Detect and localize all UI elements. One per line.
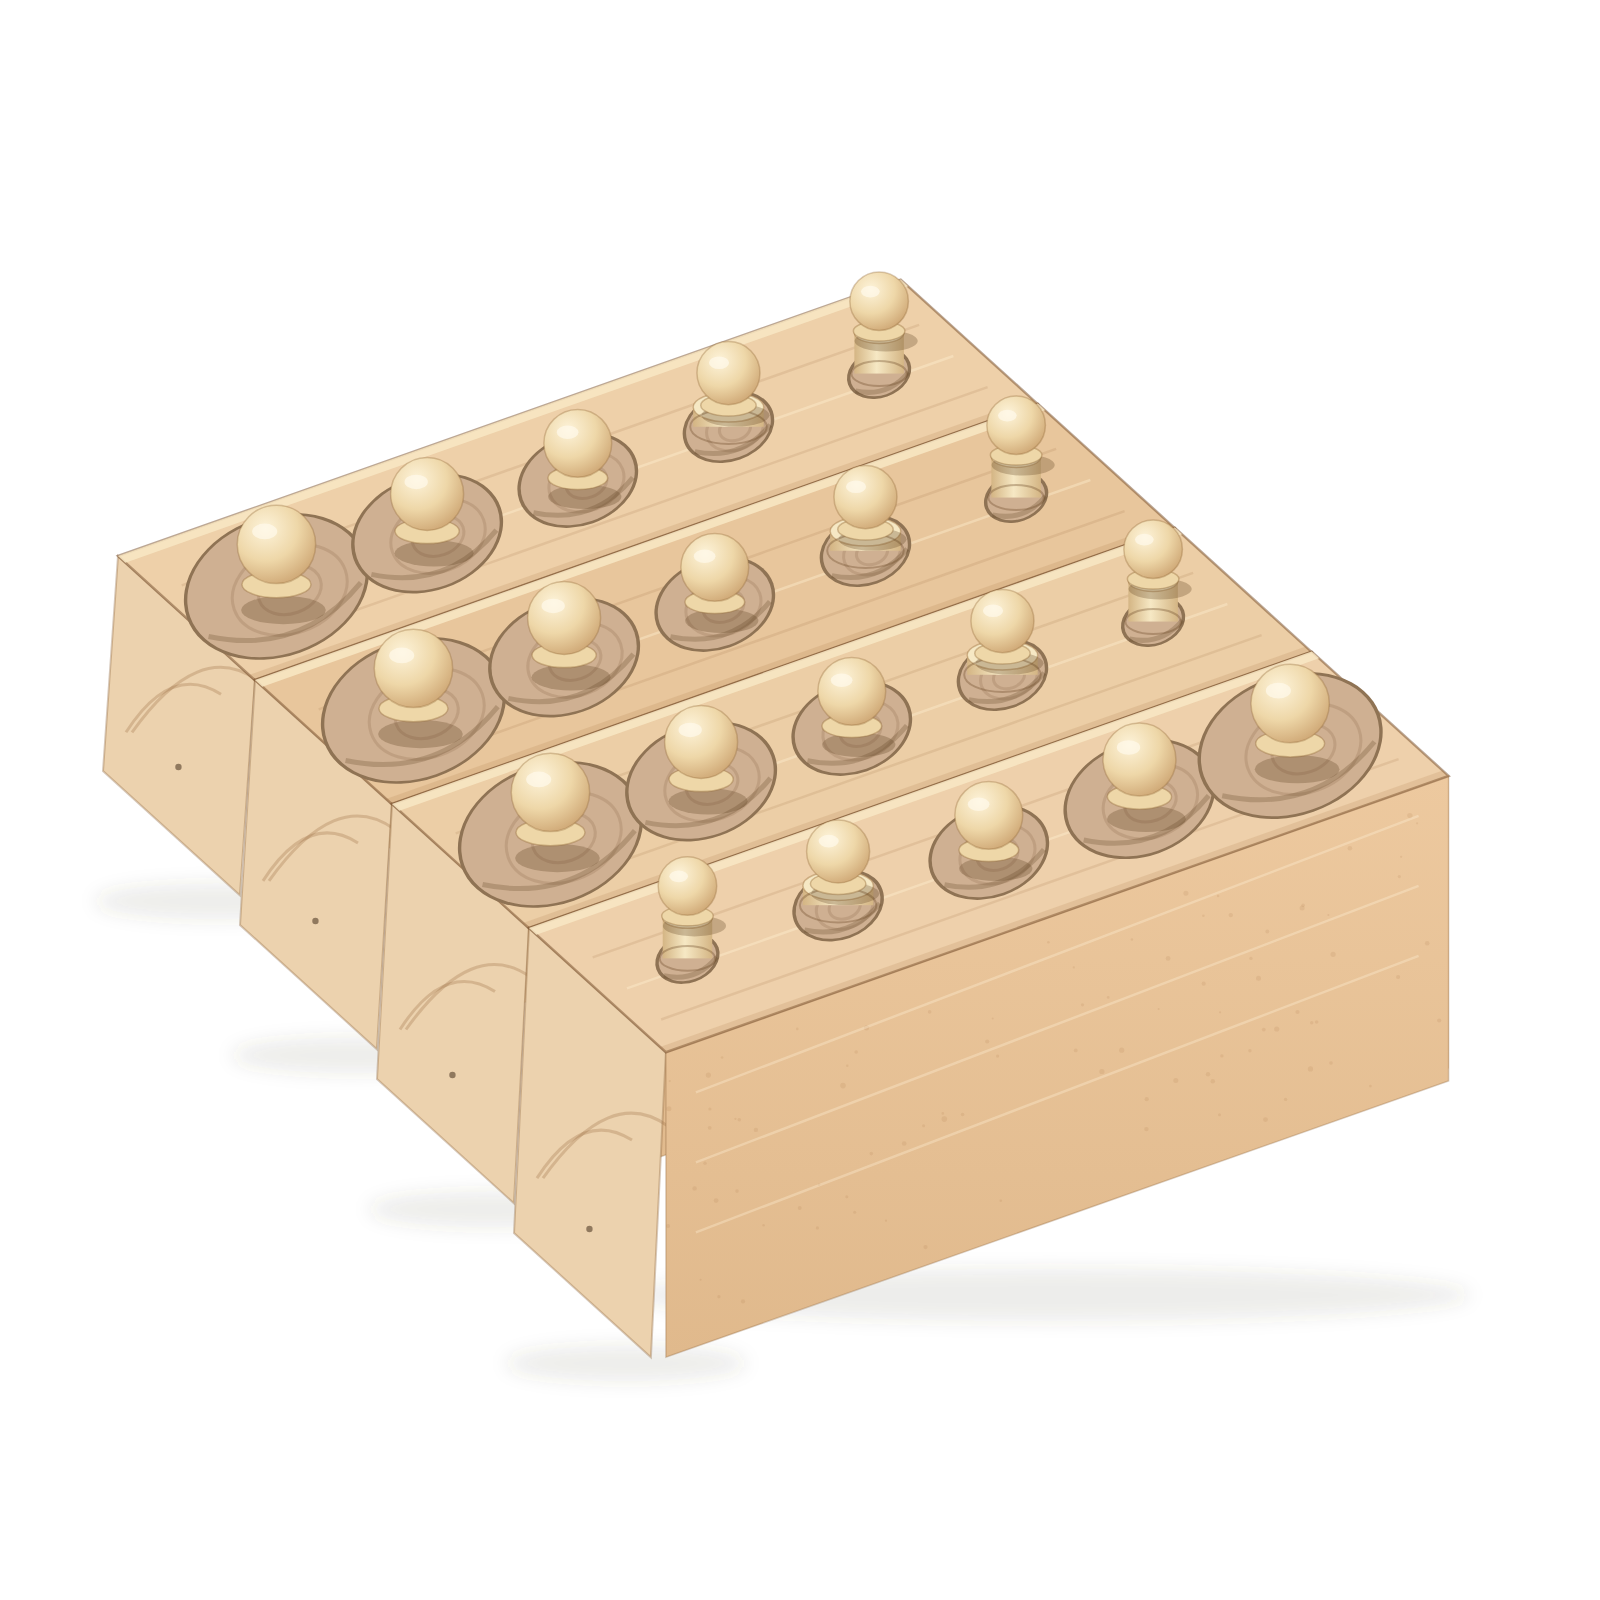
wood-pore (961, 1113, 965, 1117)
wood-pore (1145, 1097, 1149, 1101)
wood-pore (1308, 1066, 1313, 1071)
wood-pore (1263, 1117, 1268, 1122)
cylinder-blocks-scene (0, 0, 1600, 1600)
wood-pore (1000, 1200, 1003, 1203)
wood-pore (846, 1065, 848, 1067)
wood-pore (1229, 913, 1233, 917)
wood-speck (449, 1072, 455, 1078)
knob (1251, 664, 1329, 742)
knob-shadow (515, 844, 600, 872)
wood-pore (854, 1050, 858, 1054)
wood-pore (1119, 1048, 1124, 1053)
wood-pore (714, 1198, 719, 1203)
wood-pore (902, 1141, 907, 1146)
wood-pore (1202, 915, 1205, 918)
wood-pore (1369, 1085, 1372, 1088)
knob-highlight (252, 524, 277, 540)
wood-pore (1107, 996, 1110, 999)
wood-pore (669, 1080, 671, 1082)
knob (850, 272, 909, 331)
wood-pore (1262, 1028, 1266, 1032)
knob-highlight (1135, 534, 1154, 546)
knob (1103, 723, 1176, 796)
wood-pore (1274, 1026, 1279, 1031)
knob-shadow (395, 540, 474, 566)
wood-pore (1425, 941, 1430, 946)
knob-highlight (983, 604, 1003, 617)
wood-pore (922, 1124, 925, 1127)
wood-pore (734, 1118, 736, 1120)
wood-pore (1206, 1072, 1210, 1076)
wood-pore (1295, 1010, 1299, 1014)
wood-speck (312, 918, 318, 924)
wood-pore (1099, 1069, 1104, 1074)
wood-pore (692, 1186, 696, 1190)
wood-pore (1220, 1054, 1223, 1057)
wood-pore (703, 1162, 706, 1165)
wood-pore (1047, 941, 1050, 944)
knob-shadow (241, 596, 326, 624)
wood-pore (1437, 1018, 1441, 1022)
wood-pore (928, 1010, 932, 1014)
wood-pore (1211, 1079, 1215, 1083)
knob (681, 533, 749, 601)
wood-pore (666, 1224, 670, 1228)
knob-shadow (1107, 806, 1186, 832)
wood-pore (845, 1195, 848, 1198)
wood-pore (840, 1083, 846, 1089)
wood-pore (996, 1055, 999, 1058)
knob (807, 820, 870, 883)
knob (528, 581, 601, 654)
knob-shadow (532, 664, 611, 690)
wood-pore (1329, 1061, 1333, 1065)
wood-pore (1348, 846, 1353, 851)
wood-pore (1073, 966, 1075, 968)
wood-pore (721, 1056, 724, 1059)
knob-shadow (378, 720, 463, 748)
wood-pore (1284, 1098, 1287, 1101)
wood-pore (1166, 956, 1171, 961)
wood-pore (1301, 904, 1305, 908)
wood-pore (796, 1028, 799, 1031)
knob-highlight (669, 870, 688, 882)
knob-highlight (557, 425, 579, 439)
knob-highlight (526, 772, 551, 788)
wood-pore (1144, 1127, 1148, 1131)
wood-pore (762, 1224, 764, 1226)
wood-pore (798, 1206, 802, 1210)
wood-pore (735, 1189, 739, 1193)
knob (658, 857, 717, 916)
knob (374, 629, 452, 707)
knob-highlight (861, 286, 880, 298)
wood-pore (853, 1211, 856, 1214)
wood-pore (708, 1107, 711, 1110)
wood-pore (1248, 1049, 1251, 1052)
wood-pore (1416, 822, 1418, 824)
knob (834, 466, 897, 529)
knob-highlight (831, 673, 853, 687)
wood-pore (992, 1017, 994, 1019)
wood-pore (738, 1118, 742, 1122)
knob-highlight (998, 410, 1017, 422)
wood-pore (870, 1152, 874, 1156)
wood-pore (1202, 982, 1206, 986)
wood-pore (708, 1126, 712, 1130)
knob-highlight (819, 835, 839, 848)
knob-highlight (968, 797, 990, 811)
knob (665, 705, 738, 778)
knob-highlight (405, 475, 428, 490)
knob-highlight (389, 648, 414, 664)
wood-pore (1310, 1021, 1313, 1024)
wood-pore (706, 1073, 711, 1078)
wood-pore (754, 1128, 758, 1132)
knob-highlight (679, 723, 702, 738)
wood-pore (1158, 1008, 1160, 1010)
wood-pore (1183, 891, 1188, 896)
wood-pore (1265, 930, 1269, 934)
wood-pore (1173, 1078, 1178, 1083)
wood-pore (816, 1226, 819, 1229)
wood-pore (1074, 1049, 1078, 1053)
knob-highlight (1117, 740, 1140, 755)
knob (818, 657, 886, 725)
knob-highlight (846, 480, 866, 493)
wood-pore (923, 1245, 927, 1249)
wood-pore (1218, 1113, 1221, 1116)
product-photo-montessori-cylinder-blocks (0, 0, 1600, 1600)
knob (544, 409, 612, 477)
wood-pore (1398, 875, 1401, 878)
wood-pore (666, 1106, 671, 1111)
wood-pore (1400, 856, 1402, 858)
wood-pore (985, 1039, 989, 1043)
wood-speck (175, 764, 181, 770)
knob-shadow (1255, 755, 1340, 783)
wood-pore (1396, 975, 1400, 979)
knob-highlight (709, 356, 729, 369)
knob (971, 590, 1034, 653)
knob (391, 457, 464, 530)
knob-shadow (669, 788, 748, 814)
wood-pore (1256, 976, 1261, 981)
wood-pore (942, 1116, 948, 1122)
wood-pore (885, 1220, 887, 1222)
knob (955, 781, 1023, 849)
wood-pore (700, 1279, 702, 1281)
knob (987, 396, 1046, 455)
wood-pore (717, 1295, 720, 1298)
knob-highlight (542, 599, 565, 614)
wood-pore (942, 1112, 945, 1115)
wood-pore (1081, 1003, 1084, 1006)
wood-pore (1131, 938, 1133, 940)
shadow-blob (506, 1345, 746, 1381)
wood-pore (1217, 895, 1220, 898)
knob-highlight (694, 549, 716, 563)
wood-pore (1315, 1020, 1319, 1024)
knob (237, 505, 315, 583)
wood-pore (1219, 1011, 1221, 1013)
knob (511, 753, 589, 831)
knob (1124, 520, 1183, 579)
wood-pore (1249, 957, 1252, 960)
wood-speck (586, 1226, 592, 1232)
knob-highlight (1266, 683, 1291, 699)
wood-pore (1327, 914, 1329, 916)
wood-pore (741, 1299, 745, 1303)
wood-pore (1331, 952, 1336, 957)
knob (697, 342, 760, 405)
